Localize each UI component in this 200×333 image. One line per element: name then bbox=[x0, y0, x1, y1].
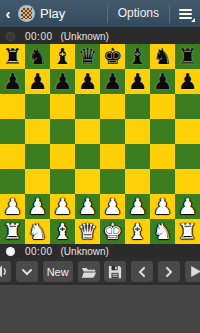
square-c7[interactable]: ♟ bbox=[50, 69, 75, 94]
square-d2[interactable]: ♟ bbox=[75, 194, 100, 219]
play-forward-button[interactable] bbox=[185, 261, 200, 282]
piece-black-knight: ♞ bbox=[25, 44, 50, 69]
square-b5[interactable] bbox=[25, 119, 50, 144]
page-title: Play bbox=[40, 6, 65, 21]
app-logo-icon bbox=[18, 5, 35, 22]
piece-white-knight: ♞ bbox=[25, 219, 50, 244]
piece-black-rook: ♜ bbox=[0, 44, 25, 69]
square-c4[interactable] bbox=[50, 144, 75, 169]
square-a4[interactable] bbox=[0, 144, 25, 169]
piece-black-pawn: ♟ bbox=[125, 69, 150, 94]
square-d6[interactable] bbox=[75, 94, 100, 119]
square-c5[interactable] bbox=[50, 119, 75, 144]
square-g5[interactable] bbox=[150, 119, 175, 144]
app-top-bar: ‹ Play Options bbox=[0, 0, 200, 28]
square-c1[interactable]: ♝ bbox=[50, 219, 75, 244]
piece-white-rook: ♜ bbox=[0, 219, 25, 244]
square-f6[interactable] bbox=[125, 94, 150, 119]
checkerboard-icon bbox=[21, 8, 32, 19]
white-player-name: (Unknown) bbox=[61, 246, 109, 257]
square-g6[interactable] bbox=[150, 94, 175, 119]
play-forward-icon bbox=[189, 265, 200, 278]
square-f2[interactable]: ♟ bbox=[125, 194, 150, 219]
square-d8[interactable]: ♛ bbox=[75, 44, 100, 69]
square-c6[interactable] bbox=[50, 94, 75, 119]
open-folder-icon bbox=[81, 265, 97, 279]
piece-black-queen: ♛ bbox=[75, 44, 100, 69]
piece-black-rook: ♜ bbox=[175, 44, 200, 69]
square-a6[interactable] bbox=[0, 94, 25, 119]
square-h6[interactable] bbox=[175, 94, 200, 119]
square-e8[interactable]: ♚ bbox=[100, 44, 125, 69]
square-h1[interactable]: ♜ bbox=[175, 219, 200, 244]
square-h7[interactable]: ♟ bbox=[175, 69, 200, 94]
square-h3[interactable] bbox=[175, 169, 200, 194]
piece-white-pawn: ♟ bbox=[175, 194, 200, 219]
square-b4[interactable] bbox=[25, 144, 50, 169]
back-icon: ‹ bbox=[6, 5, 11, 22]
next-move-icon bbox=[163, 266, 175, 278]
prev-move-button[interactable] bbox=[131, 261, 153, 282]
black-turn-indicator-icon bbox=[6, 32, 15, 41]
piece-black-bishop: ♝ bbox=[50, 44, 75, 69]
piece-black-knight: ♞ bbox=[150, 44, 175, 69]
menu-icon bbox=[179, 9, 192, 19]
empty-area bbox=[0, 285, 200, 333]
piece-white-pawn: ♟ bbox=[75, 194, 100, 219]
square-f1[interactable]: ♝ bbox=[125, 219, 150, 244]
square-g2[interactable]: ♟ bbox=[150, 194, 175, 219]
piece-white-bishop: ♝ bbox=[50, 219, 75, 244]
piece-black-pawn: ♟ bbox=[75, 69, 100, 94]
square-b8[interactable]: ♞ bbox=[25, 44, 50, 69]
square-b1[interactable]: ♞ bbox=[25, 219, 50, 244]
piece-white-pawn: ♟ bbox=[150, 194, 175, 219]
square-a1[interactable]: ♜ bbox=[0, 219, 25, 244]
piece-black-bishop: ♝ bbox=[125, 44, 150, 69]
volume-icon bbox=[0, 264, 8, 279]
square-a7[interactable]: ♟ bbox=[0, 69, 25, 94]
square-b3[interactable] bbox=[25, 169, 50, 194]
square-h8[interactable]: ♜ bbox=[175, 44, 200, 69]
square-f8[interactable]: ♝ bbox=[125, 44, 150, 69]
open-game-button[interactable] bbox=[78, 261, 100, 282]
square-c3[interactable] bbox=[50, 169, 75, 194]
piece-black-pawn: ♟ bbox=[175, 69, 200, 94]
piece-black-pawn: ♟ bbox=[150, 69, 175, 94]
piece-black-pawn: ♟ bbox=[100, 69, 125, 94]
square-g1[interactable]: ♞ bbox=[150, 219, 175, 244]
piece-white-pawn: ♟ bbox=[100, 194, 125, 219]
chess-app-window: ‹ Play Options 00:00 (Unknown) ♜♞♝♛♚♝♞♜♟… bbox=[0, 0, 200, 333]
square-g4[interactable] bbox=[150, 144, 175, 169]
square-c8[interactable]: ♝ bbox=[50, 44, 75, 69]
chess-board: ♜♞♝♛♚♝♞♜♟♟♟♟♟♟♟♟♟♟♟♟♟♟♟♟♜♞♝♛♚♝♞♜ bbox=[0, 44, 200, 244]
square-c2[interactable]: ♟ bbox=[50, 194, 75, 219]
game-toolbar: New bbox=[0, 258, 200, 285]
piece-white-knight: ♞ bbox=[150, 219, 175, 244]
square-d1[interactable]: ♛ bbox=[75, 219, 100, 244]
piece-white-queen: ♛ bbox=[75, 219, 100, 244]
white-turn-indicator-icon bbox=[6, 247, 15, 256]
square-a8[interactable]: ♜ bbox=[0, 44, 25, 69]
piece-black-pawn: ♟ bbox=[0, 69, 25, 94]
square-g3[interactable] bbox=[150, 169, 175, 194]
black-clock-time: 00:00 bbox=[25, 31, 53, 42]
square-e2[interactable]: ♟ bbox=[100, 194, 125, 219]
square-d7[interactable]: ♟ bbox=[75, 69, 100, 94]
square-f5[interactable] bbox=[125, 119, 150, 144]
square-e1[interactable]: ♚ bbox=[100, 219, 125, 244]
piece-white-pawn: ♟ bbox=[50, 194, 75, 219]
square-b6[interactable] bbox=[25, 94, 50, 119]
square-f7[interactable]: ♟ bbox=[125, 69, 150, 94]
save-icon bbox=[108, 265, 122, 279]
piece-white-pawn: ♟ bbox=[125, 194, 150, 219]
square-b2[interactable]: ♟ bbox=[25, 194, 50, 219]
square-a2[interactable]: ♟ bbox=[0, 194, 25, 219]
piece-black-king: ♚ bbox=[100, 44, 125, 69]
back-button[interactable]: ‹ bbox=[0, 0, 16, 27]
piece-black-pawn: ♟ bbox=[50, 69, 75, 94]
chevron-down-icon bbox=[21, 266, 33, 278]
options-button[interactable]: Options bbox=[108, 0, 169, 27]
white-clock-time: 00:00 bbox=[25, 246, 53, 257]
volume-button[interactable] bbox=[0, 261, 11, 282]
square-f4[interactable] bbox=[125, 144, 150, 169]
next-move-button[interactable] bbox=[158, 261, 180, 282]
piece-white-king: ♚ bbox=[100, 219, 125, 244]
white-clock-row: 00:00 (Unknown) bbox=[0, 244, 200, 258]
menu-button[interactable] bbox=[170, 0, 200, 27]
square-e5[interactable] bbox=[100, 119, 125, 144]
piece-white-rook: ♜ bbox=[175, 219, 200, 244]
square-d5[interactable] bbox=[75, 119, 100, 144]
square-b7[interactable]: ♟ bbox=[25, 69, 50, 94]
square-e3[interactable] bbox=[100, 169, 125, 194]
piece-black-pawn: ♟ bbox=[25, 69, 50, 94]
square-e7[interactable]: ♟ bbox=[100, 69, 125, 94]
piece-white-bishop: ♝ bbox=[125, 219, 150, 244]
save-game-button[interactable] bbox=[104, 261, 126, 282]
new-game-button[interactable]: New bbox=[43, 261, 73, 282]
piece-white-pawn: ♟ bbox=[0, 194, 25, 219]
square-e4[interactable] bbox=[100, 144, 125, 169]
square-h5[interactable] bbox=[175, 119, 200, 144]
square-g7[interactable]: ♟ bbox=[150, 69, 175, 94]
square-a3[interactable] bbox=[0, 169, 25, 194]
square-d3[interactable] bbox=[75, 169, 100, 194]
square-a5[interactable] bbox=[0, 119, 25, 144]
square-g8[interactable]: ♞ bbox=[150, 44, 175, 69]
prev-move-icon bbox=[136, 266, 148, 278]
square-e6[interactable] bbox=[100, 94, 125, 119]
collapse-button[interactable] bbox=[16, 261, 38, 282]
square-d4[interactable] bbox=[75, 144, 100, 169]
black-clock-row: 00:00 (Unknown) bbox=[0, 28, 200, 44]
square-h2[interactable]: ♟ bbox=[175, 194, 200, 219]
square-h4[interactable] bbox=[175, 144, 200, 169]
piece-white-pawn: ♟ bbox=[25, 194, 50, 219]
square-f3[interactable] bbox=[125, 169, 150, 194]
black-player-name: (Unknown) bbox=[61, 31, 109, 42]
